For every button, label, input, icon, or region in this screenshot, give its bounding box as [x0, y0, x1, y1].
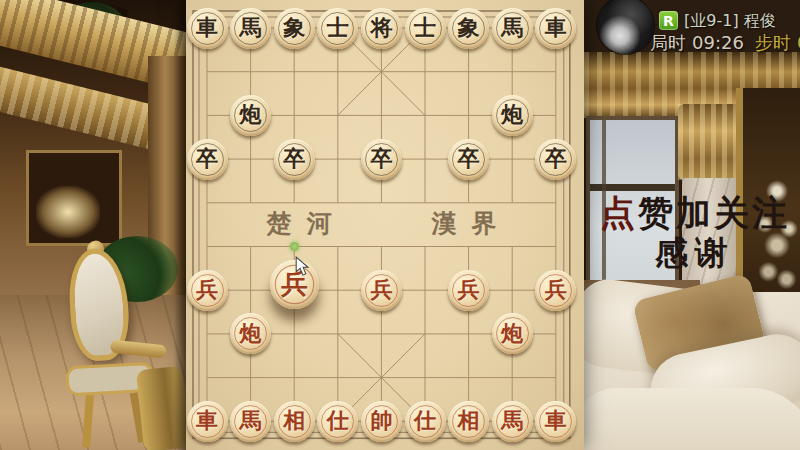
piece-red-horse[interactable]: 馬	[492, 401, 533, 442]
piece-black-soldier[interactable]: 卒	[448, 139, 489, 180]
piece-glyph: 仕	[327, 406, 349, 436]
piece-red-elephant[interactable]: 相	[274, 401, 315, 442]
piece-red-cannon[interactable]: 炮	[492, 313, 533, 354]
sofa	[584, 292, 800, 450]
piece-glyph: 卒	[545, 144, 567, 174]
screen: 楚河 漢界 車馬象士将士象馬車炮炮卒卒卒卒卒兵兵兵兵兵炮炮車馬相仕帥仕相馬車 R…	[0, 0, 800, 450]
piece-black-soldier[interactable]: 卒	[361, 139, 402, 180]
piece-black-elephant[interactable]: 象	[448, 8, 489, 49]
piece-glyph: 象	[283, 13, 305, 43]
overlay-thanks-text: 感谢	[594, 231, 796, 276]
piece-glyph: 士	[327, 13, 349, 43]
piece-glyph: 兵	[458, 275, 480, 305]
piece-red-soldier[interactable]: 兵	[448, 270, 489, 311]
piece-glyph: 卒	[283, 144, 305, 174]
piece-glyph: 兵	[545, 275, 567, 305]
board-edge-shadow	[174, 0, 186, 450]
piece-glyph: 仕	[414, 406, 436, 436]
pieces-layer: 車馬象士将士象馬車炮炮卒卒卒卒卒兵兵兵兵兵炮炮車馬相仕帥仕相馬車	[186, 0, 584, 450]
piece-glyph: 卒	[458, 144, 480, 174]
piece-red-elephant[interactable]: 相	[448, 401, 489, 442]
overlay-rest-chars: 赞加关注	[638, 192, 790, 233]
piece-black-elephant[interactable]: 象	[274, 8, 315, 49]
piece-black-general[interactable]: 将	[361, 8, 402, 49]
piece-red-advisor[interactable]: 仕	[405, 401, 446, 442]
piece-red-general[interactable]: 帥	[361, 401, 402, 442]
player-name: [业9-1] 程俊	[684, 11, 776, 32]
piece-glyph: 馬	[240, 406, 262, 436]
player-rank-tag: [业9-1]	[684, 11, 739, 30]
column-capital	[678, 104, 744, 180]
move-time-label: 步时	[755, 32, 791, 53]
piece-black-soldier[interactable]: 卒	[187, 139, 228, 180]
piece-red-soldier[interactable]: 兵	[535, 270, 576, 311]
game-time: 局时09:26	[650, 31, 744, 55]
piece-glyph: 帥	[370, 406, 392, 436]
piece-red-advisor[interactable]: 仕	[317, 401, 358, 442]
rank-badge-icon: R	[659, 11, 678, 30]
xiangqi-board[interactable]: 楚河 漢界 車馬象士将士象馬車炮炮卒卒卒卒卒兵兵兵兵兵炮炮車馬相仕帥仕相馬車	[186, 0, 584, 450]
piece-glyph: 兵	[370, 275, 392, 305]
overlay-like-follow-text: 点赞加关注	[594, 190, 796, 237]
piece-glyph: 炮	[240, 100, 262, 130]
piece-glyph: 炮	[240, 319, 262, 349]
piece-glyph: 相	[283, 406, 305, 436]
piece-red-soldier[interactable]: 兵	[361, 270, 402, 311]
piece-glyph: 炮	[501, 319, 523, 349]
piece-glyph: 車	[196, 13, 218, 43]
game-time-value: 09:26	[692, 32, 744, 53]
piece-red-soldier[interactable]: 兵	[187, 270, 228, 311]
piece-black-advisor[interactable]: 士	[405, 8, 446, 49]
overlay-first-char: 点	[600, 192, 638, 233]
piece-black-horse[interactable]: 馬	[230, 8, 271, 49]
move-time: 步时0	[755, 31, 800, 55]
piece-black-soldier[interactable]: 卒	[535, 139, 576, 180]
piece-glyph: 車	[196, 406, 218, 436]
piece-glyph: 士	[414, 13, 436, 43]
piece-black-soldier[interactable]: 卒	[274, 139, 315, 180]
sofa-seat-cushion	[584, 388, 800, 450]
piece-glyph: 卒	[370, 144, 392, 174]
piece-glyph: 炮	[501, 100, 523, 130]
piece-black-advisor[interactable]: 士	[317, 8, 358, 49]
player-name-text: 程俊	[744, 11, 776, 30]
piece-glyph: 象	[458, 13, 480, 43]
piece-glyph: 兵	[196, 275, 218, 305]
piece-glyph: 馬	[240, 13, 262, 43]
piece-red-chariot[interactable]: 車	[187, 401, 228, 442]
piece-glyph: 相	[458, 406, 480, 436]
chair-arm	[110, 340, 167, 359]
piece-glyph: 将	[370, 13, 392, 43]
piece-red-horse[interactable]: 馬	[230, 401, 271, 442]
piece-glyph: 卒	[196, 144, 218, 174]
game-time-label: 局时	[650, 32, 686, 53]
piece-black-chariot[interactable]: 車	[535, 8, 576, 49]
piece-black-horse[interactable]: 馬	[492, 8, 533, 49]
piece-glyph: 馬	[501, 406, 523, 436]
move-hint-dot	[290, 242, 299, 251]
piece-glyph: 馬	[501, 13, 523, 43]
piece-black-cannon[interactable]: 炮	[492, 95, 533, 136]
piece-red-chariot[interactable]: 車	[535, 401, 576, 442]
mouse-cursor-icon	[295, 256, 310, 277]
piece-glyph: 車	[545, 406, 567, 436]
piece-glyph: 車	[545, 13, 567, 43]
chandelier-glow	[36, 186, 100, 238]
piece-black-chariot[interactable]: 車	[187, 8, 228, 49]
piece-black-cannon[interactable]: 炮	[230, 95, 271, 136]
piece-red-cannon[interactable]: 炮	[230, 313, 271, 354]
room-background-left	[0, 0, 186, 450]
